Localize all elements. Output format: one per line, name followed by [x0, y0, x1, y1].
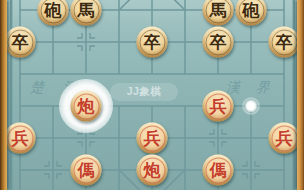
piece-character: 卒 — [7, 29, 33, 55]
piece-red-soldier[interactable]: 兵 — [269, 123, 300, 154]
piece-black-soldier[interactable]: 卒 — [203, 27, 234, 58]
piece-red-cannon[interactable]: 炮 — [71, 91, 102, 122]
piece-red-soldier[interactable]: 兵 — [137, 123, 168, 154]
river-text-char: 界 — [256, 79, 270, 97]
piece-character: 馬 — [205, 0, 231, 23]
river-text-char: 楚 — [30, 79, 44, 97]
piece-character: 卒 — [271, 29, 297, 55]
piece-red-cannon[interactable]: 炮 — [137, 155, 168, 186]
piece-character: 砲 — [238, 0, 264, 23]
piece-red-soldier[interactable]: 兵 — [203, 91, 234, 122]
piece-character: 卒 — [205, 29, 231, 55]
last-move-origin-marker — [242, 97, 260, 115]
piece-character: 炮 — [139, 157, 165, 183]
piece-black-soldier[interactable]: 卒 — [137, 27, 168, 58]
piece-character: 兵 — [7, 125, 33, 151]
piece-red-horse[interactable]: 傌 — [71, 155, 102, 186]
piece-red-soldier[interactable]: 兵 — [5, 123, 36, 154]
piece-character: 兵 — [205, 93, 231, 119]
board-frame-right — [297, 0, 304, 190]
app-watermark: JJ象棋 — [110, 83, 178, 101]
piece-black-soldier[interactable]: 卒 — [269, 27, 300, 58]
piece-character: 砲 — [40, 0, 66, 23]
piece-character: 傌 — [73, 157, 99, 183]
piece-character: 兵 — [271, 125, 297, 151]
piece-character: 炮 — [73, 93, 99, 119]
piece-character: 馬 — [73, 0, 99, 23]
piece-character: 卒 — [139, 29, 165, 55]
piece-red-horse[interactable]: 傌 — [203, 155, 234, 186]
piece-character: 傌 — [205, 157, 231, 183]
piece-black-soldier[interactable]: 卒 — [5, 27, 36, 58]
xiangqi-board: 楚 河 漢 界 JJ象棋 砲馬馬砲卒卒卒卒炮兵兵兵兵傌炮傌 — [0, 0, 304, 190]
piece-character: 兵 — [139, 125, 165, 151]
board-frame-left — [0, 0, 7, 190]
